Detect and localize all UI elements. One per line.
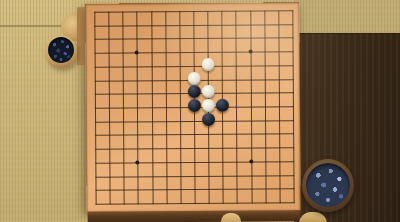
white-stone bbox=[201, 58, 214, 71]
star-point bbox=[135, 51, 139, 55]
black-stone bbox=[187, 85, 200, 98]
black-stone bbox=[216, 99, 229, 112]
go-board[interactable] bbox=[85, 2, 301, 222]
black-stones-heap bbox=[48, 37, 74, 63]
bowl-lid-bottom-center bbox=[221, 213, 241, 222]
speckled-stones-heap bbox=[306, 163, 350, 207]
black-stone bbox=[202, 113, 215, 126]
board-surface[interactable] bbox=[85, 2, 300, 211]
black-stone-bowl bbox=[45, 35, 77, 68]
game-scene bbox=[0, 0, 400, 222]
star-point bbox=[248, 50, 252, 54]
star-point bbox=[249, 159, 253, 163]
speckled-stone-bowl bbox=[302, 159, 354, 212]
tatami-shaded-corner bbox=[294, 0, 400, 34]
grid-line-horizontal bbox=[96, 202, 295, 204]
white-stone bbox=[202, 99, 215, 112]
white-stone bbox=[187, 72, 200, 85]
grid-line-vertical bbox=[292, 10, 294, 203]
star-point bbox=[136, 160, 140, 164]
board-front-edge bbox=[88, 210, 300, 222]
white-stone bbox=[201, 85, 214, 98]
board-grid[interactable] bbox=[94, 10, 294, 205]
black-stone bbox=[187, 99, 200, 112]
